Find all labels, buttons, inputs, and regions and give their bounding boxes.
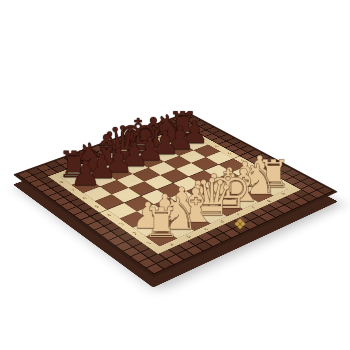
coord-label-3: 3 — [119, 223, 125, 227]
coord-label-h: h — [281, 193, 287, 196]
coord-label-6: 6 — [82, 197, 88, 200]
coord-label-a: a — [168, 243, 174, 247]
chess-set-photo: abcdefgh abcdefgh 87654321 87654321 ❖ ♜♞… — [0, 0, 350, 350]
coord-label-1: 1 — [146, 241, 153, 245]
coord-label-f: f — [251, 206, 256, 209]
coord-label-d: d — [219, 220, 225, 224]
board-perspective-wrap: abcdefgh abcdefgh 87654321 87654321 — [57, 67, 288, 298]
coord-label-4: 4 — [106, 214, 112, 217]
coord-label-8: 8 — [59, 181, 65, 184]
coord-label-2: 2 — [132, 232, 138, 236]
chess-board: abcdefgh abcdefgh 87654321 87654321 — [13, 112, 338, 278]
brass-clasp-icon: ❖ — [230, 215, 250, 233]
coord-label-c: c — [203, 227, 209, 230]
coord-label-b: b — [186, 235, 193, 239]
coord-label-5: 5 — [94, 205, 100, 208]
coord-label-g: g — [266, 199, 272, 202]
coord-label-7: 7 — [70, 189, 76, 192]
